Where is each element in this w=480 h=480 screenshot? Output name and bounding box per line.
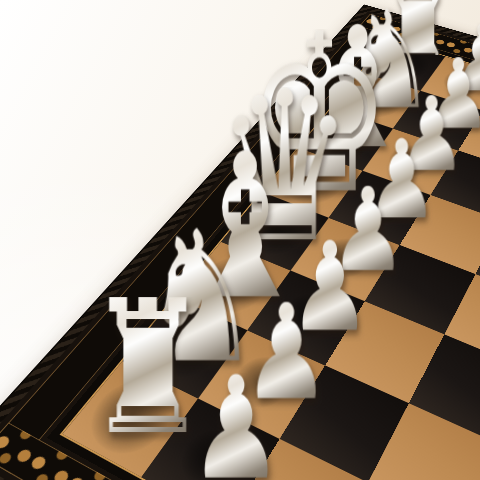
perspective-scene: ♜♞♝♛♚♝♞♜♟♟♟♟♟♟♟♟♟♟♟♟♟♟♟♟♜♞♝♛♚♝♞♜ [0,0,480,480]
chess-set-photo: ♜♞♝♛♚♝♞♜♟♟♟♟♟♟♟♟♟♟♟♟♟♟♟♟♜♞♝♛♚♝♞♜ [0,0,480,480]
playing-grid: ♜♞♝♛♚♝♞♜♟♟♟♟♟♟♟♟♟♟♟♟♟♟♟♟♜♞♝♛♚♝♞♜ [60,38,480,480]
chess-board: ♜♞♝♛♚♝♞♜♟♟♟♟♟♟♟♟♟♟♟♟♟♟♟♟♜♞♝♛♚♝♞♜ [0,4,480,480]
piece-white-pawn-a2: ♟ [189,373,283,480]
